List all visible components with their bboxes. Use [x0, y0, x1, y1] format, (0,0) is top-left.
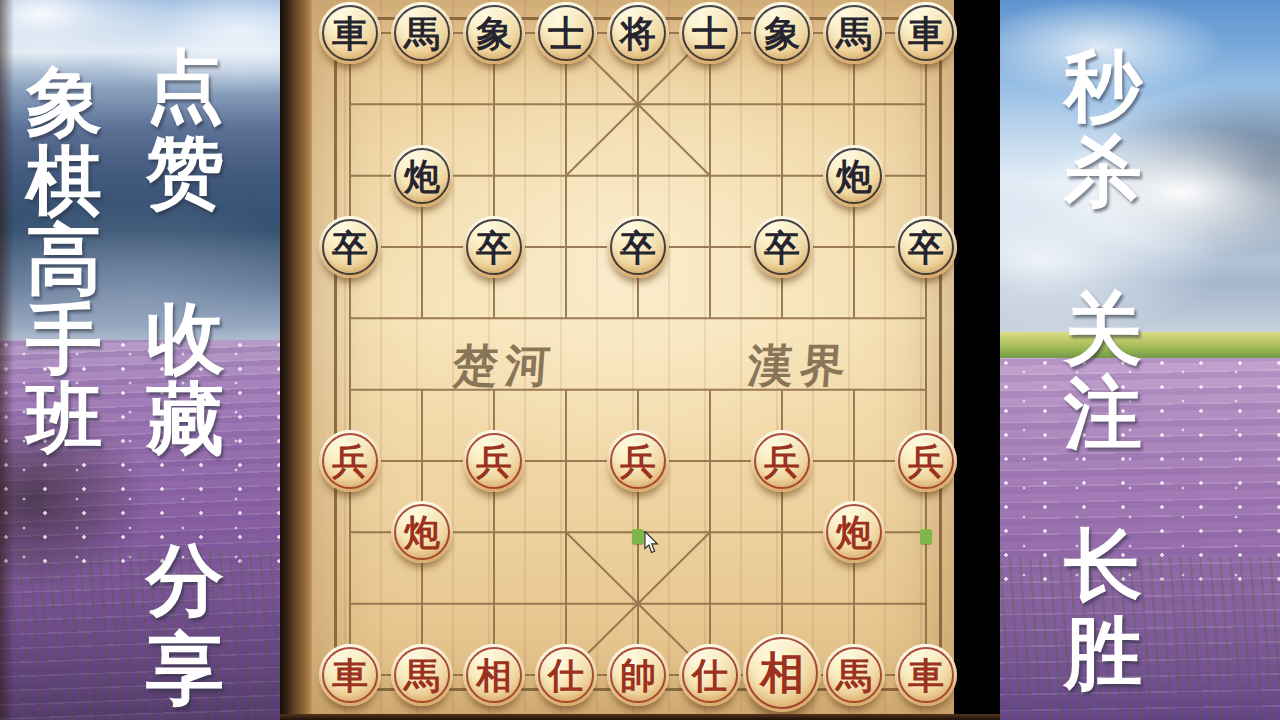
xiangqi-board[interactable]: 楚河 漢界 車馬象士将士象馬車炮炮卒卒卒卒卒兵兵兵兵兵炮炮車馬相仕帥仕相馬車: [280, 0, 1000, 720]
caption-character: 胜: [1064, 610, 1142, 698]
move-marker[interactable]: [632, 529, 644, 544]
piece-black[interactable]: 馬: [823, 2, 885, 64]
piece-red[interactable]: 兵: [751, 430, 813, 492]
piece-glyph: 士: [548, 15, 584, 51]
piece-glyph: 車: [908, 657, 944, 693]
piece-glyph: 馬: [836, 15, 872, 51]
piece-glyph: 兵: [620, 443, 656, 479]
piece-glyph: 帥: [620, 657, 656, 693]
mouse-cursor: [644, 531, 659, 554]
lavender-stems: [0, 549, 280, 720]
piece-glyph: 炮: [404, 514, 440, 550]
piece-red[interactable]: 相: [743, 634, 821, 712]
caption-always-win: 长胜: [1064, 522, 1142, 698]
caption-follow: 关注: [1064, 288, 1142, 456]
caption-share: 分享: [146, 536, 224, 714]
piece-glyph: 相: [760, 651, 804, 695]
piece-red[interactable]: 車: [319, 644, 381, 706]
right-photo-panel: 秒杀 关注 长胜: [1000, 0, 1280, 720]
caption-character: 班: [26, 378, 102, 457]
piece-black[interactable]: 卒: [751, 216, 813, 278]
piece-red[interactable]: 炮: [823, 501, 885, 563]
caption-like: 点赞: [146, 44, 224, 216]
piece-glyph: 馬: [404, 657, 440, 693]
piece-red[interactable]: 馬: [391, 644, 453, 706]
caption-character: 收: [146, 298, 224, 379]
move-marker[interactable]: [920, 529, 932, 544]
piece-black[interactable]: 象: [751, 2, 813, 64]
piece-red[interactable]: 兵: [463, 430, 525, 492]
piece-red[interactable]: 兵: [319, 430, 381, 492]
caption-character: 注: [1064, 372, 1142, 456]
piece-glyph: 兵: [764, 443, 800, 479]
caption-character: 手: [26, 299, 102, 378]
piece-red[interactable]: 相: [463, 644, 525, 706]
piece-black[interactable]: 士: [679, 2, 741, 64]
piece-glyph: 車: [332, 657, 368, 693]
caption-character: 享: [146, 625, 224, 714]
left-photo-panel: 象棋高手班 点赞 收藏 分享: [0, 0, 280, 720]
piece-glyph: 士: [692, 15, 728, 51]
piece-glyph: 炮: [836, 514, 872, 550]
piece-glyph: 相: [476, 657, 512, 693]
piece-glyph: 象: [476, 15, 512, 51]
caption-character: 藏: [146, 379, 224, 460]
piece-black[interactable]: 卒: [463, 216, 525, 278]
piece-black[interactable]: 車: [895, 2, 957, 64]
left-edge-shadow: [0, 0, 14, 720]
piece-black[interactable]: 卒: [895, 216, 957, 278]
piece-glyph: 炮: [404, 158, 440, 194]
piece-glyph: 卒: [908, 229, 944, 265]
piece-glyph: 兵: [908, 443, 944, 479]
piece-black[interactable]: 象: [463, 2, 525, 64]
piece-black[interactable]: 士: [535, 2, 597, 64]
piece-glyph: 卒: [620, 229, 656, 265]
piece-glyph: 車: [332, 15, 368, 51]
piece-glyph: 炮: [836, 158, 872, 194]
caption-instant-kill: 秒杀: [1064, 44, 1142, 214]
piece-black[interactable]: 卒: [607, 216, 669, 278]
piece-black[interactable]: 炮: [823, 145, 885, 207]
piece-glyph: 兵: [332, 443, 368, 479]
board-frame-bottom: [280, 714, 1000, 720]
piece-red[interactable]: 兵: [607, 430, 669, 492]
piece-red[interactable]: 馬: [823, 644, 885, 706]
board-grid-lines: [280, 0, 1000, 720]
caption-xiangqi-master-class: 象棋高手班: [26, 62, 102, 457]
caption-character: 长: [1064, 522, 1142, 610]
piece-glyph: 仕: [692, 657, 728, 693]
piece-glyph: 将: [620, 15, 656, 51]
piece-glyph: 卒: [476, 229, 512, 265]
piece-red[interactable]: 仕: [535, 644, 597, 706]
piece-glyph: 卒: [332, 229, 368, 265]
caption-character: 赞: [146, 130, 224, 216]
piece-glyph: 象: [764, 15, 800, 51]
caption-favorite: 收藏: [146, 298, 224, 460]
piece-red[interactable]: 車: [895, 644, 957, 706]
piece-black[interactable]: 卒: [319, 216, 381, 278]
piece-glyph: 兵: [476, 443, 512, 479]
river-label-chu-he: 楚河: [451, 336, 559, 396]
caption-character: 分: [146, 536, 224, 625]
caption-character: 棋: [26, 141, 102, 220]
piece-glyph: 馬: [836, 657, 872, 693]
piece-red[interactable]: 仕: [679, 644, 741, 706]
caption-character: 点: [146, 44, 224, 130]
caption-character: 杀: [1064, 129, 1142, 214]
piece-red[interactable]: 炮: [391, 501, 453, 563]
piece-black[interactable]: 炮: [391, 145, 453, 207]
board-frame-left: [280, 0, 312, 720]
board-frame-right: [954, 0, 1000, 720]
caption-character: 高: [26, 220, 102, 299]
caption-character: 关: [1064, 288, 1142, 372]
piece-glyph: 卒: [764, 229, 800, 265]
video-frame: 象棋高手班 点赞 收藏 分享: [0, 0, 1280, 720]
piece-red[interactable]: 兵: [895, 430, 957, 492]
piece-glyph: 車: [908, 15, 944, 51]
piece-glyph: 仕: [548, 657, 584, 693]
caption-character: 秒: [1064, 44, 1142, 129]
piece-red[interactable]: 帥: [607, 644, 669, 706]
caption-character: 象: [26, 62, 102, 141]
piece-glyph: 馬: [404, 15, 440, 51]
piece-black[interactable]: 将: [607, 2, 669, 64]
piece-black[interactable]: 馬: [391, 2, 453, 64]
river-label-han-jie: 漢界: [746, 336, 854, 396]
piece-black[interactable]: 車: [319, 2, 381, 64]
